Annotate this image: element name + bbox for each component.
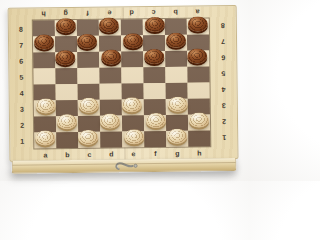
dark-checker-f8 [145,17,165,32]
pieces-layer [33,18,211,148]
coordinate-label: 3 [10,101,34,117]
coordinate-label: 8 [210,18,236,34]
dark-checker-d8 [99,17,119,32]
light-checker-c3 [79,98,99,113]
coordinate-label: 7 [9,37,33,53]
checkers-board: abcdefgh abcdefgh 87654321 12345678 [8,5,239,162]
light-checker-b2 [57,114,77,129]
coordinate-label: b [56,148,78,160]
dark-checker-a7 [34,34,54,49]
coordinate-label: h [188,146,210,158]
light-checker-a3 [36,98,56,113]
coordinate-label: 5 [9,69,33,85]
coordinate-label: b [165,7,187,19]
coordinate-label: c [78,148,100,160]
coordinate-label: f [77,8,99,20]
light-checker-d2 [100,113,120,128]
light-checker-e3 [122,97,142,112]
coordinate-label: 7 [210,34,236,50]
light-checker-c1 [78,130,98,145]
coordinate-label: 2 [10,117,34,133]
light-checker-g3 [168,97,188,112]
coordinate-label: a [34,148,56,160]
playing-field [33,18,211,148]
coordinate-label: 8 [9,21,33,37]
dark-checker-b8 [56,18,76,33]
coordinate-label: e [122,147,144,159]
light-checker-e1 [124,129,144,144]
dark-checker-e7 [123,33,143,48]
board-front-edge [11,158,236,174]
coordinate-label: 6 [210,50,236,66]
dark-checker-f6 [144,49,164,64]
clasp-icon [114,160,140,171]
coordinate-label: 6 [9,53,33,69]
coordinate-label: 1 [211,130,237,146]
rank-labels-right: 12345678 [210,18,238,146]
light-checker-a1 [35,130,55,145]
coordinate-label: d [100,147,122,159]
coordinate-label: f [144,147,166,159]
board-photo: abcdefgh abcdefgh 87654321 12345678 [0,0,250,181]
coordinate-label: d [121,7,143,19]
dark-checker-h8 [188,16,208,31]
rank-labels-left: 87654321 [9,21,35,149]
coordinate-label: 1 [10,133,34,149]
coordinate-label: 4 [211,82,237,98]
coordinate-label: 2 [211,114,237,130]
light-checker-g1 [167,129,187,144]
dark-checker-b6 [55,50,75,65]
coordinate-label: 5 [210,66,236,82]
dark-checker-d6 [101,49,121,64]
dark-checker-c7 [77,34,97,49]
dark-checker-h6 [187,48,207,63]
coordinate-label: g [166,147,188,159]
light-checker-f2 [146,113,166,128]
coordinate-label: h [33,8,55,20]
coordinate-label: 3 [211,98,237,114]
dark-checker-g7 [166,33,186,48]
coordinate-label: 4 [10,85,34,101]
light-checker-h2 [189,112,209,127]
